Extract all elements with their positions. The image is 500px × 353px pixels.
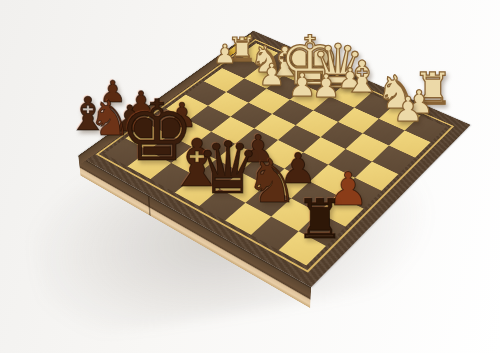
piece-white-pawn[interactable]: ♟ [213,41,236,67]
piece-white-pawn[interactable]: ♟ [393,92,423,126]
square[interactable] [251,216,298,250]
piece-white-pawn[interactable]: ♟ [312,70,341,102]
square[interactable] [372,145,415,174]
folding-chess-set-photo: ♟♜♞♟♝♚♟♛♟♟♝♞♟♟♜♝♟♞♟♟♚♟♝♛♟♞♟♜♟ [0,0,500,353]
fold-seam [148,195,151,216]
piece-black-knight[interactable]: ♞ [245,151,299,211]
piece-black-rook[interactable]: ♜ [296,193,344,247]
